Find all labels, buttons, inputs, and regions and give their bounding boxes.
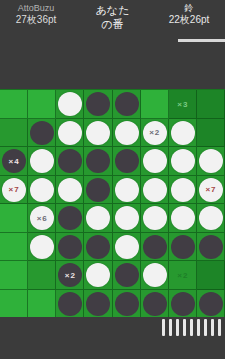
- board-cell[interactable]: [169, 290, 197, 319]
- black-disc: [86, 149, 110, 173]
- othello-app: AttoBuzu 27枚36pt あなた の番 鈴 22枚26pt ×3×2×4…: [0, 0, 225, 359]
- white-disc-multiplier: ×6: [30, 206, 54, 230]
- bonus-cell-label: ×3: [177, 100, 188, 109]
- board-cell[interactable]: [113, 261, 141, 290]
- white-disc-multiplier: ×2: [143, 121, 167, 145]
- white-disc: [199, 206, 223, 230]
- board-cell[interactable]: [113, 176, 141, 205]
- black-disc: [143, 292, 167, 316]
- board-cell[interactable]: ×4: [0, 147, 28, 176]
- board-cell[interactable]: [141, 290, 169, 319]
- board-cell[interactable]: [169, 119, 197, 148]
- board-cell[interactable]: [113, 290, 141, 319]
- white-disc-multiplier: ×7: [199, 178, 223, 202]
- board-cell[interactable]: ×7: [0, 176, 28, 205]
- white-disc: [199, 149, 223, 173]
- board-cell[interactable]: [84, 147, 112, 176]
- white-disc: [86, 121, 110, 145]
- board-cell[interactable]: [28, 147, 56, 176]
- turn-indicator-line1: あなた: [78, 3, 148, 17]
- board-cell[interactable]: [197, 147, 225, 176]
- board-cell[interactable]: [56, 147, 84, 176]
- board-cell[interactable]: [84, 119, 112, 148]
- black-disc: [143, 235, 167, 259]
- white-disc: [143, 178, 167, 202]
- white-disc: [143, 263, 167, 287]
- black-disc: [30, 121, 54, 145]
- board-cell[interactable]: ×7: [197, 176, 225, 205]
- footer: [0, 317, 225, 359]
- tray-disc: [204, 319, 207, 336]
- white-disc: [115, 121, 139, 145]
- black-disc: [199, 292, 223, 316]
- board-cell[interactable]: [197, 261, 225, 290]
- white-disc: [171, 206, 195, 230]
- board-cell[interactable]: [197, 90, 225, 119]
- board-cell[interactable]: [0, 233, 28, 262]
- header: AttoBuzu 27枚36pt あなた の番 鈴 22枚26pt: [0, 0, 225, 36]
- board-cell[interactable]: [141, 233, 169, 262]
- board-cell[interactable]: [28, 261, 56, 290]
- board-cell[interactable]: ×6: [28, 204, 56, 233]
- board-cell[interactable]: [197, 290, 225, 319]
- board-cell[interactable]: [0, 261, 28, 290]
- player-right: 鈴 22枚26pt: [153, 3, 225, 27]
- white-disc: [143, 206, 167, 230]
- board-cell[interactable]: [141, 90, 169, 119]
- board-cell[interactable]: [84, 204, 112, 233]
- tray-disc: [183, 319, 186, 336]
- board-cell[interactable]: ×2: [169, 261, 197, 290]
- white-disc: [30, 235, 54, 259]
- board-cell[interactable]: [197, 119, 225, 148]
- white-disc: [143, 149, 167, 173]
- board-cell[interactable]: [84, 261, 112, 290]
- player-right-name: 鈴: [153, 3, 225, 14]
- white-disc: [30, 149, 54, 173]
- board-cell[interactable]: [141, 147, 169, 176]
- board-cell[interactable]: [197, 233, 225, 262]
- white-disc: [115, 206, 139, 230]
- black-disc-multiplier: ×2: [58, 263, 82, 287]
- black-disc: [58, 149, 82, 173]
- tray-disc: [169, 319, 172, 336]
- black-disc: [86, 178, 110, 202]
- board-cell[interactable]: [56, 233, 84, 262]
- white-disc: [86, 263, 110, 287]
- black-disc: [58, 206, 82, 230]
- white-disc: [171, 178, 195, 202]
- board-cell[interactable]: [28, 90, 56, 119]
- board-cell[interactable]: [28, 176, 56, 205]
- board-cell[interactable]: [28, 233, 56, 262]
- black-disc: [115, 292, 139, 316]
- black-disc-multiplier: ×4: [2, 149, 26, 173]
- board-cell[interactable]: [113, 119, 141, 148]
- bonus-cell-label: ×2: [177, 271, 188, 280]
- board-cell[interactable]: [141, 176, 169, 205]
- board-cell[interactable]: ×2: [56, 261, 84, 290]
- board-cell[interactable]: [169, 147, 197, 176]
- timer-bar: [178, 39, 225, 42]
- board-cell[interactable]: [113, 147, 141, 176]
- tray-disc: [211, 319, 214, 336]
- board: ×3×2×4×7×7×6×2×2: [0, 89, 225, 318]
- board-cell[interactable]: [56, 119, 84, 148]
- board-cell[interactable]: ×3: [169, 90, 197, 119]
- tray-disc: [218, 319, 221, 336]
- tray-disc: [176, 319, 179, 336]
- board-cell[interactable]: [113, 204, 141, 233]
- black-disc: [115, 92, 139, 116]
- board-cell[interactable]: [0, 90, 28, 119]
- white-disc: [58, 92, 82, 116]
- player-left-name: AttoBuzu: [0, 3, 72, 14]
- board-cell[interactable]: [169, 204, 197, 233]
- board-cell[interactable]: [56, 176, 84, 205]
- black-disc: [58, 292, 82, 316]
- board-cell[interactable]: [0, 204, 28, 233]
- board-cell[interactable]: [0, 290, 28, 319]
- board-cell[interactable]: [141, 204, 169, 233]
- black-disc: [86, 292, 110, 316]
- board-cell[interactable]: [84, 290, 112, 319]
- black-disc: [171, 292, 195, 316]
- disc-tray: [162, 319, 221, 336]
- board-cell[interactable]: [169, 233, 197, 262]
- board-cell[interactable]: [28, 290, 56, 319]
- white-disc: [86, 206, 110, 230]
- turn-indicator-line2: の番: [78, 17, 148, 31]
- board-cell[interactable]: [169, 176, 197, 205]
- tray-disc: [197, 319, 200, 336]
- black-disc: [86, 235, 110, 259]
- board-cell[interactable]: [56, 290, 84, 319]
- board-cell[interactable]: [28, 119, 56, 148]
- black-disc: [115, 149, 139, 173]
- board-cell[interactable]: [0, 119, 28, 148]
- black-disc: [86, 92, 110, 116]
- black-disc: [171, 235, 195, 259]
- board-cell[interactable]: [84, 90, 112, 119]
- board-cell[interactable]: [113, 90, 141, 119]
- board-cell[interactable]: ×2: [141, 119, 169, 148]
- white-disc: [115, 235, 139, 259]
- board-cell[interactable]: [84, 233, 112, 262]
- tray-disc: [162, 319, 165, 336]
- black-disc: [58, 235, 82, 259]
- tray-disc: [190, 319, 193, 336]
- board-cell[interactable]: [56, 90, 84, 119]
- turn-indicator: あなた の番: [78, 3, 148, 32]
- white-disc: [58, 121, 82, 145]
- board-cell[interactable]: [84, 176, 112, 205]
- white-disc: [115, 178, 139, 202]
- black-disc: [199, 235, 223, 259]
- player-left-score: 27枚36pt: [0, 14, 72, 27]
- board-cell[interactable]: [141, 261, 169, 290]
- player-left: AttoBuzu 27枚36pt: [0, 3, 72, 27]
- white-disc: [30, 178, 54, 202]
- black-disc: [115, 263, 139, 287]
- board-cell[interactable]: [113, 233, 141, 262]
- white-disc: [171, 149, 195, 173]
- player-right-score: 22枚26pt: [153, 14, 225, 27]
- white-disc-multiplier: ×7: [2, 178, 26, 202]
- board-cell[interactable]: [56, 204, 84, 233]
- board-cell[interactable]: [197, 204, 225, 233]
- white-disc: [171, 121, 195, 145]
- white-disc: [58, 178, 82, 202]
